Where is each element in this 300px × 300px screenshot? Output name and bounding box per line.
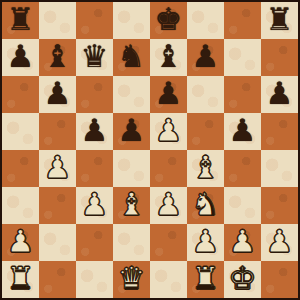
square-c3[interactable]: ♟ <box>76 187 113 224</box>
square-d4[interactable] <box>113 150 150 187</box>
square-e8[interactable]: ♚ <box>150 2 187 39</box>
square-e7[interactable]: ♝ <box>150 39 187 76</box>
square-e2[interactable] <box>150 224 187 261</box>
piece-white-bishop: ♝ <box>118 189 146 220</box>
square-h4[interactable] <box>261 150 298 187</box>
square-g6[interactable] <box>224 76 261 113</box>
square-e5[interactable]: ♟ <box>150 113 187 150</box>
square-c7[interactable]: ♛ <box>76 39 113 76</box>
square-b5[interactable] <box>39 113 76 150</box>
square-b2[interactable] <box>39 224 76 261</box>
piece-white-bishop: ♝ <box>192 152 220 183</box>
piece-black-king: ♚ <box>155 4 183 35</box>
square-h1[interactable] <box>261 261 298 298</box>
piece-white-knight: ♞ <box>192 189 220 220</box>
piece-black-knight: ♞ <box>118 41 146 72</box>
square-b6[interactable]: ♟ <box>39 76 76 113</box>
square-f6[interactable] <box>187 76 224 113</box>
square-a6[interactable] <box>2 76 39 113</box>
square-g7[interactable] <box>224 39 261 76</box>
square-e1[interactable] <box>150 261 187 298</box>
square-f8[interactable] <box>187 2 224 39</box>
piece-black-bishop: ♝ <box>44 41 72 72</box>
piece-white-rook: ♜ <box>7 263 35 294</box>
piece-black-pawn: ♟ <box>229 115 257 146</box>
square-d5[interactable]: ♟ <box>113 113 150 150</box>
square-b4[interactable]: ♟ <box>39 150 76 187</box>
square-h5[interactable] <box>261 113 298 150</box>
square-f7[interactable]: ♟ <box>187 39 224 76</box>
piece-black-pawn: ♟ <box>192 41 220 72</box>
piece-white-pawn: ♟ <box>44 152 72 183</box>
square-h2[interactable]: ♟ <box>261 224 298 261</box>
piece-white-rook: ♜ <box>192 263 220 294</box>
square-g8[interactable] <box>224 2 261 39</box>
piece-black-pawn: ♟ <box>81 115 109 146</box>
square-d7[interactable]: ♞ <box>113 39 150 76</box>
piece-black-pawn: ♟ <box>266 78 294 109</box>
square-d2[interactable] <box>113 224 150 261</box>
square-f5[interactable] <box>187 113 224 150</box>
square-d8[interactable] <box>113 2 150 39</box>
piece-white-pawn: ♟ <box>192 226 220 257</box>
square-h8[interactable]: ♜ <box>261 2 298 39</box>
square-c4[interactable] <box>76 150 113 187</box>
piece-white-pawn: ♟ <box>155 189 183 220</box>
piece-white-pawn: ♟ <box>81 189 109 220</box>
piece-black-pawn: ♟ <box>155 78 183 109</box>
square-h6[interactable]: ♟ <box>261 76 298 113</box>
square-c1[interactable] <box>76 261 113 298</box>
square-a7[interactable]: ♟ <box>2 39 39 76</box>
piece-black-pawn: ♟ <box>7 41 35 72</box>
square-g2[interactable]: ♟ <box>224 224 261 261</box>
square-a2[interactable]: ♟ <box>2 224 39 261</box>
square-c6[interactable] <box>76 76 113 113</box>
square-f4[interactable]: ♝ <box>187 150 224 187</box>
square-b7[interactable]: ♝ <box>39 39 76 76</box>
square-f1[interactable]: ♜ <box>187 261 224 298</box>
square-g3[interactable] <box>224 187 261 224</box>
piece-black-rook: ♜ <box>7 4 35 35</box>
square-a4[interactable] <box>2 150 39 187</box>
square-c5[interactable]: ♟ <box>76 113 113 150</box>
square-b8[interactable] <box>39 2 76 39</box>
square-g1[interactable]: ♚ <box>224 261 261 298</box>
square-e6[interactable]: ♟ <box>150 76 187 113</box>
square-a3[interactable] <box>2 187 39 224</box>
square-g4[interactable] <box>224 150 261 187</box>
chess-board-frame: ♜♚♜♟♝♛♞♝♟♟♟♟♟♟♟♟♟♝♟♝♟♞♟♟♟♟♜♛♜♚ <box>0 0 300 300</box>
piece-white-king: ♚ <box>229 263 257 294</box>
square-f2[interactable]: ♟ <box>187 224 224 261</box>
square-c8[interactable] <box>76 2 113 39</box>
square-a1[interactable]: ♜ <box>2 261 39 298</box>
square-h7[interactable] <box>261 39 298 76</box>
piece-black-queen: ♛ <box>81 41 109 72</box>
square-e3[interactable]: ♟ <box>150 187 187 224</box>
square-b3[interactable] <box>39 187 76 224</box>
square-d1[interactable]: ♛ <box>113 261 150 298</box>
square-h3[interactable] <box>261 187 298 224</box>
square-a8[interactable]: ♜ <box>2 2 39 39</box>
piece-black-pawn: ♟ <box>118 115 146 146</box>
square-c2[interactable] <box>76 224 113 261</box>
square-b1[interactable] <box>39 261 76 298</box>
chess-board: ♜♚♜♟♝♛♞♝♟♟♟♟♟♟♟♟♟♝♟♝♟♞♟♟♟♟♜♛♜♚ <box>2 2 298 298</box>
piece-white-pawn: ♟ <box>7 226 35 257</box>
piece-white-queen: ♛ <box>118 263 146 294</box>
piece-black-rook: ♜ <box>266 4 294 35</box>
square-f3[interactable]: ♞ <box>187 187 224 224</box>
piece-white-pawn: ♟ <box>229 226 257 257</box>
square-d3[interactable]: ♝ <box>113 187 150 224</box>
piece-white-pawn: ♟ <box>155 115 183 146</box>
piece-black-pawn: ♟ <box>44 78 72 109</box>
square-g5[interactable]: ♟ <box>224 113 261 150</box>
square-d6[interactable] <box>113 76 150 113</box>
piece-white-pawn: ♟ <box>266 226 294 257</box>
square-e4[interactable] <box>150 150 187 187</box>
square-a5[interactable] <box>2 113 39 150</box>
piece-black-bishop: ♝ <box>155 41 183 72</box>
